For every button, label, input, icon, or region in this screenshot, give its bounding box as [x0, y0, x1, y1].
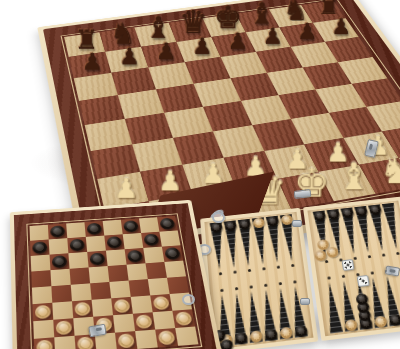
- point-tip-dot: [371, 271, 375, 274]
- chess-piece-white-knight[interactable]: ♞: [380, 153, 400, 188]
- checkers-square[interactable]: [33, 303, 54, 322]
- checkers-square[interactable]: [67, 237, 87, 253]
- checkers-square[interactable]: [111, 297, 133, 315]
- checkers-square[interactable]: [72, 300, 93, 318]
- checkers-square[interactable]: [30, 239, 49, 255]
- checkers-square[interactable]: [54, 336, 76, 349]
- checkers-grid: [30, 216, 199, 349]
- chess-board-photo: ♜♞♝♛♚♝♞♜♟♟♟♟♟♟♟♟♟♟♟♟♟♟♟♟♜♞♝♛♚♝♞♜: [0, 0, 400, 210]
- checkers-square[interactable]: [106, 249, 127, 266]
- point-tip-dot: [291, 264, 294, 267]
- checkers-square[interactable]: [68, 252, 88, 269]
- checkers-square[interactable]: [127, 263, 148, 280]
- checkers-man-black[interactable]: [89, 252, 105, 265]
- checkers-square[interactable]: [32, 286, 52, 304]
- checkers-board-photo: [0, 194, 206, 349]
- checkers-man-black[interactable]: [123, 220, 139, 232]
- checkers-square[interactable]: [157, 216, 178, 232]
- point-tip-dot: [353, 257, 357, 260]
- checkers-square[interactable]: [86, 236, 106, 252]
- chess-piece-black-pawn[interactable]: ♟: [156, 41, 177, 64]
- checkers-man-white[interactable]: [35, 305, 51, 319]
- point-tip-dot: [235, 287, 238, 290]
- backgammon-checker-black[interactable]: [220, 338, 233, 349]
- backgammon-left-half: [200, 208, 318, 349]
- hinge-icon: [292, 220, 302, 227]
- checkers-square[interactable]: [113, 314, 135, 333]
- checkers-square[interactable]: [103, 220, 123, 236]
- checkers-square[interactable]: [53, 318, 74, 337]
- checkers-board: [10, 200, 224, 349]
- checkers-square[interactable]: [133, 312, 155, 331]
- checkers-square[interactable]: [121, 218, 141, 234]
- checkers-square[interactable]: [162, 245, 183, 262]
- chess-piece-black-pawn[interactable]: ♟: [297, 21, 317, 43]
- checkers-square[interactable]: [92, 298, 113, 316]
- point-tip-dot: [220, 289, 223, 292]
- point-tip-dot: [249, 285, 252, 288]
- checkers-man-white[interactable]: [158, 330, 176, 345]
- checkers-square[interactable]: [33, 320, 54, 339]
- point-tip-dot: [262, 267, 265, 270]
- point-tip-dot: [279, 282, 282, 285]
- board-pinstripe: [26, 213, 202, 349]
- checkers-square[interactable]: [48, 223, 67, 239]
- checkers-square[interactable]: [148, 278, 170, 296]
- point-tip-dot: [219, 272, 222, 275]
- checkers-square[interactable]: [34, 337, 55, 349]
- checkers-square[interactable]: [172, 309, 195, 328]
- checkers-square[interactable]: [31, 270, 51, 287]
- checkers-square[interactable]: [167, 276, 189, 294]
- checkers-square[interactable]: [164, 261, 186, 278]
- hinge-icon: [212, 212, 225, 223]
- checkers-square[interactable]: [135, 330, 158, 349]
- point-tip-dot: [233, 270, 236, 273]
- checkers-square[interactable]: [155, 328, 178, 347]
- quadrant-bottom-left: [212, 281, 311, 347]
- checkers-square[interactable]: [71, 283, 92, 301]
- checkers-square[interactable]: [109, 281, 130, 299]
- checkers-man-white[interactable]: [175, 311, 193, 326]
- checkers-square[interactable]: [90, 282, 111, 300]
- checkers-square[interactable]: [150, 294, 172, 312]
- chess-piece-black-pawn[interactable]: ♟: [119, 46, 140, 69]
- die-showing-5[interactable]: [342, 259, 355, 271]
- checkers-square[interactable]: [141, 232, 162, 248]
- checkers-square[interactable]: [159, 230, 180, 246]
- checkers-square[interactable]: [104, 234, 124, 250]
- checkers-man-black[interactable]: [52, 255, 68, 268]
- board-frame: [14, 203, 218, 349]
- point-tip-dot: [327, 276, 331, 279]
- checkers-square[interactable]: [50, 269, 70, 286]
- point-tip-dot: [342, 275, 346, 278]
- checkers-man-white[interactable]: [114, 299, 131, 313]
- point-tip-dot: [277, 266, 280, 269]
- board-edge-wood: [10, 200, 224, 349]
- chess-piece-black-pawn[interactable]: ♟: [331, 16, 351, 38]
- checkers-square[interactable]: [108, 265, 129, 282]
- checkers-man-white[interactable]: [56, 320, 73, 335]
- checkers-square[interactable]: [31, 255, 51, 272]
- checkers-man-white[interactable]: [153, 296, 170, 310]
- point-tip-dot: [368, 255, 372, 258]
- checkers-man-black[interactable]: [127, 250, 143, 263]
- checkers-man-black[interactable]: [106, 236, 122, 249]
- checkers-man-black[interactable]: [87, 223, 102, 235]
- checkers-square[interactable]: [131, 295, 153, 313]
- checkers-square[interactable]: [87, 251, 107, 268]
- checkers-man-white[interactable]: [77, 336, 94, 349]
- checkers-square[interactable]: [123, 233, 144, 249]
- die-showing-3[interactable]: [357, 275, 370, 287]
- checkers-man-white[interactable]: [74, 302, 90, 316]
- checkers-square[interactable]: [125, 248, 146, 265]
- checkers-man-black[interactable]: [69, 239, 84, 252]
- point-tip-dot: [248, 269, 251, 272]
- checkers-man-white[interactable]: [36, 339, 53, 349]
- point-tip-dot: [293, 280, 296, 283]
- checkers-square[interactable]: [89, 266, 110, 283]
- checkers-square[interactable]: [66, 222, 86, 238]
- checkers-square[interactable]: [175, 326, 198, 345]
- checkers-man-white[interactable]: [135, 314, 152, 329]
- checkers-square[interactable]: [50, 253, 70, 270]
- checkers-man-black[interactable]: [50, 225, 65, 237]
- chess-piece-black-pawn[interactable]: ♟: [192, 36, 212, 59]
- point-tip-dot: [325, 260, 328, 263]
- hinge-icon: [182, 294, 195, 305]
- chess-piece-black-pawn[interactable]: ♟: [263, 26, 283, 48]
- checkers-man-black[interactable]: [143, 233, 159, 246]
- checkers-square[interactable]: [115, 331, 137, 349]
- chess-piece-black-pawn[interactable]: ♟: [228, 31, 248, 54]
- backgammon-checker-white[interactable]: [326, 246, 339, 258]
- product-photo-collage: ♜♞♝♛♚♝♞♜♟♟♟♟♟♟♟♟♟♟♟♟♟♟♟♟♜♞♝♛♚♝♞♜: [0, 0, 400, 349]
- checkers-man-white[interactable]: [117, 333, 134, 348]
- chess-piece-black-pawn[interactable]: ♟: [82, 51, 103, 74]
- checkers-square[interactable]: [30, 225, 49, 241]
- point-tip-dot: [382, 253, 386, 256]
- checkers-square[interactable]: [139, 217, 159, 233]
- checkers-square[interactable]: [51, 285, 72, 303]
- checkers-square[interactable]: [146, 262, 167, 279]
- hinge-icon: [300, 298, 310, 305]
- backgammon-board-photo: [196, 186, 400, 349]
- checkers-man-black[interactable]: [164, 247, 181, 260]
- checkers-square[interactable]: [129, 279, 151, 297]
- point-tip-dot: [264, 284, 267, 287]
- checkers-man-black[interactable]: [159, 218, 175, 230]
- checkers-square[interactable]: [84, 221, 104, 237]
- checkers-square[interactable]: [70, 267, 91, 284]
- checkers-square[interactable]: [52, 301, 73, 319]
- checkers-square[interactable]: [49, 238, 69, 254]
- checkers-square[interactable]: [153, 311, 176, 330]
- point-tip-dot: [396, 252, 400, 255]
- checkers-man-black[interactable]: [32, 241, 47, 254]
- checkers-square[interactable]: [143, 247, 164, 264]
- quadrant-top-left: [207, 214, 302, 275]
